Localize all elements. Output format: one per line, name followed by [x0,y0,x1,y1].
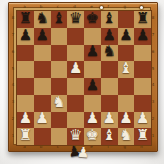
square-c6[interactable] [51,45,68,62]
black-pawn-piece: ♟ [86,44,99,59]
white-rook-piece: ♜ [19,128,32,143]
square-a4[interactable] [17,78,34,95]
square-d5[interactable]: ♟ [67,61,84,78]
white-bishop-piece: ♝ [119,61,132,76]
black-pawn-piece: ♟ [136,28,149,43]
mount-hole-icon [100,6,103,9]
white-rook-piece: ♜ [136,128,149,143]
white-pawn-piece: ♟ [102,111,115,126]
square-d7[interactable] [67,28,84,45]
square-d8[interactable]: ♛ [67,11,84,28]
square-e4[interactable]: ♟ [84,78,101,95]
black-bishop-piece: ♝ [52,11,65,26]
square-c3[interactable]: ♞ [51,95,68,112]
rank-labels-left: 87654321 [11,10,16,144]
white-knight-piece: ♞ [52,95,65,110]
square-h1[interactable]: ♜ [134,128,151,145]
black-rook-piece: ♜ [19,11,32,26]
square-a5[interactable] [17,61,34,78]
rank-label: 4 [11,77,16,94]
square-g1[interactable]: ♞ [118,128,135,145]
square-f4[interactable] [101,78,118,95]
black-king-piece: ♚ [86,11,99,26]
black-queen-piece: ♛ [69,11,82,26]
black-pawn-piece: ♟ [35,28,48,43]
white-pawn-piece: ♟ [69,61,82,76]
rank-label: 1 [11,127,16,144]
mount-hole-icon [140,6,143,9]
square-f6[interactable]: ♞ [101,45,118,62]
black-pawn-piece: ♟ [19,28,32,43]
square-c2[interactable] [51,112,68,129]
square-b4[interactable] [34,78,51,95]
white-pawn-piece: ♟ [35,111,48,126]
square-h7[interactable]: ♟ [134,28,151,45]
square-b7[interactable]: ♟ [34,28,51,45]
white-pawn-piece: ♟ [19,111,32,126]
captured-pieces-tray: ♟♟ [68,144,100,164]
square-g7[interactable]: ♟ [118,28,135,45]
rank-label: 6 [11,44,16,61]
black-pawn-piece: ♟ [119,28,132,43]
square-h5[interactable] [134,61,151,78]
black-knight-piece: ♞ [35,11,48,26]
file-label: g [117,5,134,10]
square-h4[interactable] [134,78,151,95]
captured-white-pawn-piece: ♟ [76,144,90,159]
square-c8[interactable]: ♝ [51,11,68,28]
square-c7[interactable] [51,28,68,45]
square-g5[interactable]: ♝ [118,61,135,78]
white-king-piece: ♚ [86,128,99,143]
square-f1[interactable]: ♝ [101,128,118,145]
square-e6[interactable]: ♟ [84,45,101,62]
rank-label: 5 [11,60,16,77]
board-grid: ♜♞♝♛♚♝♜♟♟♟♟♟♟♞♟♝♟♞♟♟♟♟♟♟♜♛♚♝♞♜ [16,10,152,146]
square-b5[interactable] [34,61,51,78]
square-c1[interactable] [51,128,68,145]
rank-label: 3 [11,94,16,111]
rank-label: 8 [11,10,16,27]
chess-board: abcdefgh abcdefgh 87654321 87654321 ♜♞♝♛… [8,2,158,152]
black-bishop-piece: ♝ [102,11,115,26]
white-queen-piece: ♛ [69,128,82,143]
square-c5[interactable] [51,61,68,78]
rank-label: 2 [11,111,16,128]
square-e1[interactable]: ♚ [84,128,101,145]
square-a1[interactable]: ♜ [17,128,34,145]
white-knight-piece: ♞ [119,128,132,143]
black-knight-piece: ♞ [102,44,115,59]
square-a6[interactable] [17,45,34,62]
square-a7[interactable]: ♟ [17,28,34,45]
black-rook-piece: ♜ [136,11,149,26]
square-g4[interactable] [118,78,135,95]
demo-board-photo: abcdefgh abcdefgh 87654321 87654321 ♜♞♝♛… [0,0,164,164]
white-bishop-piece: ♝ [102,128,115,143]
rank-label: 7 [11,27,16,44]
white-pawn-piece: ♟ [86,111,99,126]
white-pawn-piece: ♟ [136,111,149,126]
square-b6[interactable] [34,45,51,62]
square-e8[interactable]: ♚ [84,11,101,28]
square-f5[interactable] [101,61,118,78]
square-d4[interactable] [67,78,84,95]
square-b2[interactable]: ♟ [34,112,51,129]
square-b1[interactable] [34,128,51,145]
white-pawn-piece: ♟ [119,111,132,126]
black-pawn-piece: ♟ [86,78,99,93]
black-pawn-piece: ♟ [102,28,115,43]
square-d3[interactable] [67,95,84,112]
square-h6[interactable] [134,45,151,62]
